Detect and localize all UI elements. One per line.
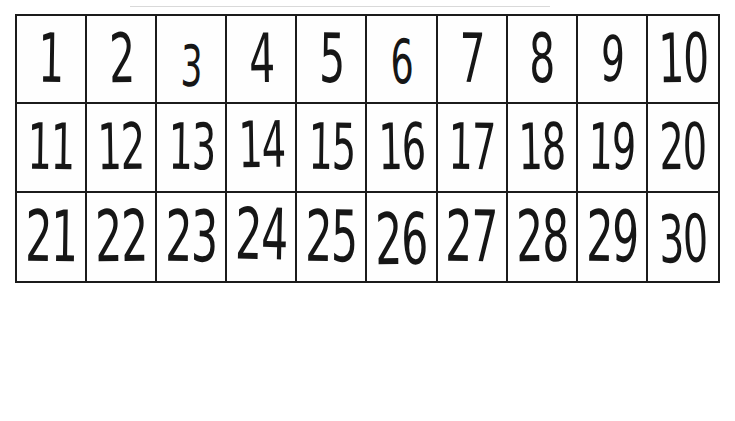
grid-cell: 30 bbox=[648, 193, 718, 281]
cell-number: 4 bbox=[248, 25, 274, 93]
cell-number: 12 bbox=[97, 115, 144, 180]
cell-number: 8 bbox=[529, 25, 555, 93]
cell-number: 20 bbox=[659, 115, 706, 180]
grid-cell: 12 bbox=[87, 104, 157, 192]
cell-number: 6 bbox=[390, 31, 413, 92]
grid-cell: 27 bbox=[438, 193, 508, 281]
grid-cell: 28 bbox=[508, 193, 578, 281]
grid-cell: 18 bbox=[508, 104, 578, 192]
cell-number: 10 bbox=[658, 25, 708, 94]
cell-number: 14 bbox=[238, 113, 285, 178]
cell-number: 9 bbox=[599, 27, 624, 91]
grid-cell: 25 bbox=[297, 193, 367, 281]
grid-cell: 11 bbox=[17, 104, 87, 192]
cell-number: 19 bbox=[588, 115, 635, 180]
scan-artifact-line bbox=[130, 6, 550, 7]
grid-cell: 19 bbox=[578, 104, 648, 192]
grid-cell: 16 bbox=[367, 104, 437, 192]
grid-cell: 9 bbox=[578, 16, 648, 104]
cell-number: 17 bbox=[448, 115, 495, 180]
cell-number: 18 bbox=[518, 115, 565, 180]
cell-number: 24 bbox=[235, 199, 288, 271]
grid-cell: 3 bbox=[157, 16, 227, 104]
cell-number: 25 bbox=[305, 201, 358, 273]
cell-number: 23 bbox=[165, 201, 218, 273]
grid-cell: 14 bbox=[227, 104, 297, 192]
cell-number: 30 bbox=[658, 206, 708, 274]
cell-number: 26 bbox=[375, 204, 428, 276]
grid-cell: 22 bbox=[87, 193, 157, 281]
grid-cell: 23 bbox=[157, 193, 227, 281]
cell-number: 22 bbox=[95, 201, 148, 273]
cell-number: 3 bbox=[180, 37, 202, 95]
grid-cell: 5 bbox=[297, 16, 367, 104]
grid-cell: 26 bbox=[367, 193, 437, 281]
grid-cell: 21 bbox=[17, 193, 87, 281]
cell-number: 27 bbox=[445, 201, 498, 273]
page: 1234567891011121314151617181920212223242… bbox=[0, 0, 735, 421]
cell-number: 16 bbox=[378, 115, 425, 180]
grid-cell: 20 bbox=[648, 104, 718, 192]
grid-cell: 15 bbox=[297, 104, 367, 192]
cell-number: 11 bbox=[27, 115, 74, 180]
number-chart-grid: 1234567891011121314151617181920212223242… bbox=[15, 14, 720, 283]
cell-number: 13 bbox=[168, 115, 215, 180]
grid-cell: 6 bbox=[367, 16, 437, 104]
cell-number: 15 bbox=[308, 115, 355, 180]
cell-number: 2 bbox=[108, 25, 134, 93]
cell-number: 29 bbox=[585, 201, 638, 273]
grid-cell: 10 bbox=[648, 16, 718, 104]
grid-cell: 17 bbox=[438, 104, 508, 192]
grid-cell: 4 bbox=[227, 16, 297, 104]
cell-number: 28 bbox=[515, 201, 568, 273]
cell-number: 7 bbox=[459, 25, 485, 93]
grid-cell: 2 bbox=[87, 16, 157, 104]
cell-number: 5 bbox=[319, 25, 345, 93]
cell-number: 21 bbox=[25, 201, 78, 273]
grid-cell: 8 bbox=[508, 16, 578, 104]
grid-cell: 13 bbox=[157, 104, 227, 192]
grid-cell: 24 bbox=[227, 193, 297, 281]
grid-cell: 7 bbox=[438, 16, 508, 104]
grid-cell: 1 bbox=[17, 16, 87, 104]
grid-cell: 29 bbox=[578, 193, 648, 281]
cell-number: 1 bbox=[38, 25, 64, 93]
